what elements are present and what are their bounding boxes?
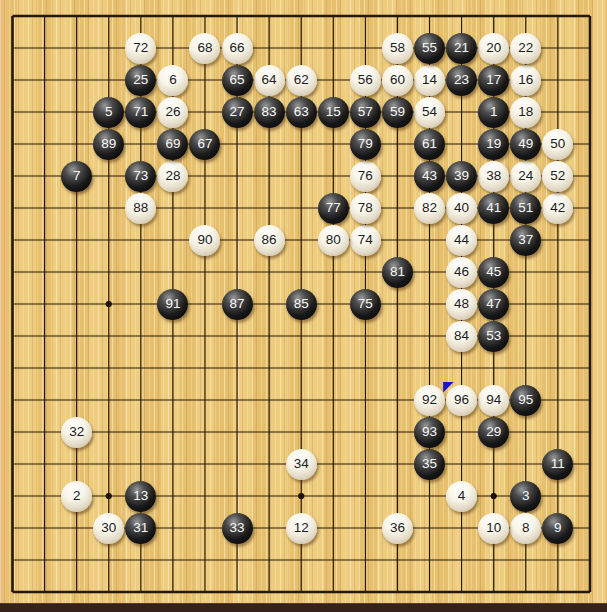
stone-white-10[interactable]: 10: [478, 513, 509, 544]
stone-white-88[interactable]: 88: [125, 193, 156, 224]
move-number: 66: [230, 41, 245, 55]
stone-white-8[interactable]: 8: [510, 513, 541, 544]
move-number: 71: [133, 105, 148, 119]
move-number: 73: [133, 169, 148, 183]
stone-white-50[interactable]: 50: [542, 129, 573, 160]
stone-black-81[interactable]: 81: [382, 257, 413, 288]
move-number: 63: [294, 105, 309, 119]
stone-white-44[interactable]: 44: [446, 225, 477, 256]
stone-black-1[interactable]: 1: [478, 97, 509, 128]
stone-black-19[interactable]: 19: [478, 129, 509, 160]
move-number: 78: [358, 201, 373, 215]
stone-black-95[interactable]: 95: [510, 385, 541, 416]
stone-white-6[interactable]: 6: [157, 65, 188, 96]
move-number: 15: [326, 105, 341, 119]
board-edge-shadow: [0, 603, 607, 612]
stone-black-73[interactable]: 73: [125, 161, 156, 192]
stone-black-77[interactable]: 77: [318, 193, 349, 224]
stone-white-66[interactable]: 66: [222, 33, 253, 64]
stone-white-28[interactable]: 28: [157, 161, 188, 192]
stone-white-74[interactable]: 74: [350, 225, 381, 256]
stone-white-54[interactable]: 54: [414, 97, 445, 128]
stone-white-20[interactable]: 20: [478, 33, 509, 64]
move-number: 1: [490, 105, 498, 119]
stone-white-78[interactable]: 78: [350, 193, 381, 224]
move-number: 21: [454, 41, 469, 55]
move-number: 46: [454, 265, 469, 279]
stone-black-35[interactable]: 35: [414, 449, 445, 480]
move-number: 64: [262, 73, 277, 87]
stone-white-2[interactable]: 2: [61, 481, 92, 512]
stone-white-24[interactable]: 24: [510, 161, 541, 192]
move-number: 86: [262, 233, 277, 247]
stone-white-14[interactable]: 14: [414, 65, 445, 96]
move-number: 76: [358, 169, 373, 183]
stone-black-57[interactable]: 57: [350, 97, 381, 128]
move-number: 82: [422, 201, 437, 215]
move-number: 95: [518, 393, 533, 407]
stone-black-21[interactable]: 21: [446, 33, 477, 64]
move-number: 88: [133, 201, 148, 215]
move-number: 25: [133, 73, 148, 87]
move-number: 59: [390, 105, 405, 119]
move-number: 7: [73, 169, 81, 183]
move-number: 37: [518, 233, 533, 247]
move-number: 60: [390, 73, 405, 87]
stone-black-31[interactable]: 31: [125, 513, 156, 544]
move-number: 87: [230, 297, 245, 311]
stone-black-7[interactable]: 7: [61, 161, 92, 192]
stone-black-85[interactable]: 85: [286, 289, 317, 320]
move-number: 75: [358, 297, 373, 311]
stone-white-32[interactable]: 32: [61, 417, 92, 448]
stone-white-12[interactable]: 12: [286, 513, 317, 544]
stone-black-17[interactable]: 17: [478, 65, 509, 96]
stone-white-76[interactable]: 76: [350, 161, 381, 192]
stone-black-65[interactable]: 65: [222, 65, 253, 96]
stone-white-94[interactable]: 94: [478, 385, 509, 416]
move-number: 74: [358, 233, 373, 247]
stone-black-61[interactable]: 61: [414, 129, 445, 160]
move-number: 4: [458, 489, 466, 503]
stone-white-38[interactable]: 38: [478, 161, 509, 192]
stone-white-36[interactable]: 36: [382, 513, 413, 544]
stone-black-39[interactable]: 39: [446, 161, 477, 192]
stone-white-84[interactable]: 84: [446, 321, 477, 352]
move-number: 23: [454, 73, 469, 87]
stone-white-4[interactable]: 4: [446, 481, 477, 512]
move-number: 94: [486, 393, 501, 407]
move-number: 79: [358, 137, 373, 151]
move-number: 61: [422, 137, 437, 151]
move-number: 39: [454, 169, 469, 183]
move-number: 92: [422, 393, 437, 407]
move-number: 3: [522, 489, 530, 503]
move-number: 49: [518, 137, 533, 151]
stone-black-91[interactable]: 91: [157, 289, 188, 320]
stone-white-30[interactable]: 30: [93, 513, 124, 544]
move-number: 81: [390, 265, 405, 279]
move-number: 12: [294, 521, 309, 535]
move-number: 42: [550, 201, 565, 215]
move-number: 34: [294, 457, 309, 471]
stone-white-48[interactable]: 48: [446, 289, 477, 320]
move-number: 33: [230, 521, 245, 535]
stone-black-49[interactable]: 49: [510, 129, 541, 160]
stone-white-64[interactable]: 64: [254, 65, 285, 96]
stone-black-47[interactable]: 47: [478, 289, 509, 320]
stone-white-80[interactable]: 80: [318, 225, 349, 256]
stone-white-86[interactable]: 86: [254, 225, 285, 256]
move-number: 31: [133, 521, 148, 535]
last-move-marker: [443, 382, 454, 393]
stone-white-62[interactable]: 62: [286, 65, 317, 96]
move-number: 11: [551, 457, 565, 471]
stone-white-22[interactable]: 22: [510, 33, 541, 64]
move-number: 47: [486, 297, 501, 311]
move-number: 41: [486, 201, 501, 215]
move-number: 6: [169, 73, 177, 87]
stone-white-16[interactable]: 16: [510, 65, 541, 96]
move-number: 20: [486, 41, 501, 55]
move-number: 36: [390, 521, 405, 535]
stone-black-9[interactable]: 9: [542, 513, 573, 544]
stone-black-23[interactable]: 23: [446, 65, 477, 96]
stone-white-92[interactable]: 92: [414, 385, 445, 416]
move-number: 29: [486, 425, 501, 439]
stone-black-3[interactable]: 3: [510, 481, 541, 512]
stone-white-72[interactable]: 72: [125, 33, 156, 64]
move-number: 27: [230, 105, 245, 119]
move-number: 13: [133, 489, 148, 503]
move-number: 44: [454, 233, 469, 247]
move-number: 43: [422, 169, 437, 183]
move-number: 65: [230, 73, 245, 87]
move-number: 19: [486, 137, 501, 151]
move-number: 96: [454, 393, 469, 407]
stone-black-29[interactable]: 29: [478, 417, 509, 448]
move-number: 2: [73, 489, 81, 503]
stone-black-67[interactable]: 67: [189, 129, 220, 160]
stone-white-96[interactable]: 96: [446, 385, 477, 416]
move-number: 52: [550, 169, 565, 183]
stone-white-40[interactable]: 40: [446, 193, 477, 224]
stone-black-25[interactable]: 25: [125, 65, 156, 96]
move-number: 90: [197, 233, 212, 247]
stone-white-26[interactable]: 26: [157, 97, 188, 128]
move-number: 10: [486, 521, 501, 535]
move-number: 62: [294, 73, 309, 87]
stone-white-42[interactable]: 42: [542, 193, 573, 224]
go-board: 1234567891011121314151617181920212223242…: [0, 0, 607, 612]
move-number: 24: [518, 169, 533, 183]
move-number: 48: [454, 297, 469, 311]
stone-white-60[interactable]: 60: [382, 65, 413, 96]
move-number: 85: [294, 297, 309, 311]
stone-white-68[interactable]: 68: [189, 33, 220, 64]
stone-black-41[interactable]: 41: [478, 193, 509, 224]
stone-black-45[interactable]: 45: [478, 257, 509, 288]
move-number: 30: [101, 521, 116, 535]
move-number: 68: [197, 41, 212, 55]
move-number: 56: [358, 73, 373, 87]
move-number: 91: [165, 297, 180, 311]
move-number: 93: [422, 425, 437, 439]
stone-black-51[interactable]: 51: [510, 193, 541, 224]
move-number: 89: [101, 137, 116, 151]
move-number: 55: [422, 41, 437, 55]
stone-black-79[interactable]: 79: [350, 129, 381, 160]
move-number: 51: [518, 201, 533, 215]
move-number: 50: [550, 137, 565, 151]
move-number: 57: [358, 105, 373, 119]
move-number: 58: [390, 41, 405, 55]
stone-black-13[interactable]: 13: [125, 481, 156, 512]
move-number: 54: [422, 105, 437, 119]
stone-black-69[interactable]: 69: [157, 129, 188, 160]
stone-black-37[interactable]: 37: [510, 225, 541, 256]
stone-black-75[interactable]: 75: [350, 289, 381, 320]
stone-black-93[interactable]: 93: [414, 417, 445, 448]
stone-white-58[interactable]: 58: [382, 33, 413, 64]
move-number: 9: [554, 521, 562, 535]
stone-black-55[interactable]: 55: [414, 33, 445, 64]
move-number: 83: [262, 105, 277, 119]
stone-black-33[interactable]: 33: [222, 513, 253, 544]
move-number: 38: [486, 169, 501, 183]
stone-white-46[interactable]: 46: [446, 257, 477, 288]
stone-black-27[interactable]: 27: [222, 97, 253, 128]
stone-black-89[interactable]: 89: [93, 129, 124, 160]
move-number: 32: [69, 425, 84, 439]
stone-black-43[interactable]: 43: [414, 161, 445, 192]
stone-black-5[interactable]: 5: [93, 97, 124, 128]
move-number: 67: [197, 137, 212, 151]
move-number: 40: [454, 201, 469, 215]
move-number: 22: [518, 41, 533, 55]
move-number: 35: [422, 457, 437, 471]
stone-black-83[interactable]: 83: [254, 97, 285, 128]
stone-white-52[interactable]: 52: [542, 161, 573, 192]
move-number: 5: [105, 105, 113, 119]
move-number: 84: [454, 329, 469, 343]
move-number: 18: [518, 105, 533, 119]
move-number: 8: [522, 521, 530, 535]
move-number: 69: [165, 137, 180, 151]
stone-white-56[interactable]: 56: [350, 65, 381, 96]
stone-black-11[interactable]: 11: [542, 449, 573, 480]
stone-black-87[interactable]: 87: [222, 289, 253, 320]
move-number: 53: [486, 329, 501, 343]
move-number: 14: [422, 73, 437, 87]
stone-white-18[interactable]: 18: [510, 97, 541, 128]
move-number: 28: [165, 169, 180, 183]
stone-black-59[interactable]: 59: [382, 97, 413, 128]
stone-black-63[interactable]: 63: [286, 97, 317, 128]
stone-black-71[interactable]: 71: [125, 97, 156, 128]
stone-white-90[interactable]: 90: [189, 225, 220, 256]
board-grid[interactable]: 1234567891011121314151617181920212223242…: [0, 0, 606, 608]
move-number: 17: [486, 73, 501, 87]
stone-black-15[interactable]: 15: [318, 97, 349, 128]
move-number: 16: [518, 73, 533, 87]
move-number: 72: [133, 41, 148, 55]
stone-black-53[interactable]: 53: [478, 321, 509, 352]
stone-white-82[interactable]: 82: [414, 193, 445, 224]
stone-white-34[interactable]: 34: [286, 449, 317, 480]
move-number: 26: [165, 105, 180, 119]
move-number: 77: [326, 201, 341, 215]
move-number: 80: [326, 233, 341, 247]
move-number: 45: [486, 265, 501, 279]
